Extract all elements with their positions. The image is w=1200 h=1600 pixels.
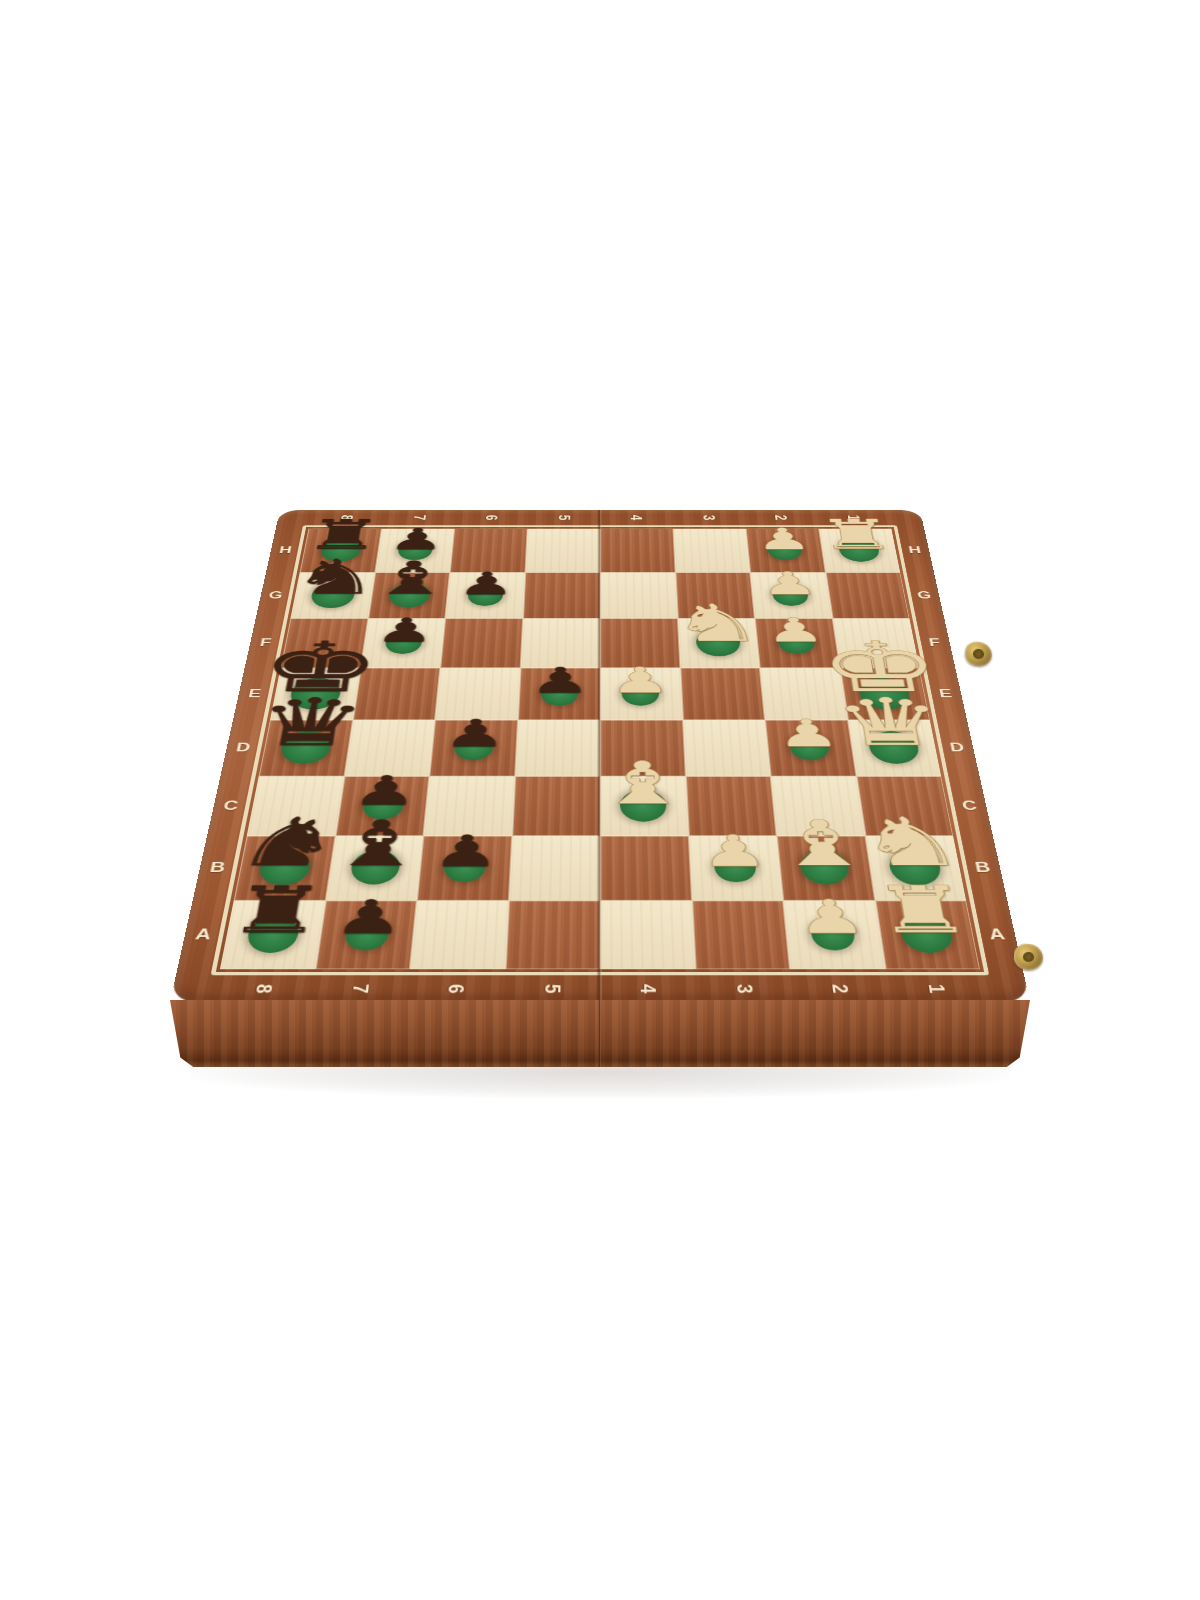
square-e3[interactable]	[680, 668, 765, 720]
black-knight-g8[interactable]: ♞	[288, 553, 384, 601]
square-c6[interactable]	[423, 776, 514, 836]
file-label-letter-left-a: A	[184, 925, 222, 943]
square-b5[interactable]	[508, 836, 600, 900]
square-b8[interactable]	[234, 836, 335, 900]
black-pawn-h7[interactable]: ♟	[387, 524, 446, 553]
square-a4[interactable]	[600, 900, 695, 969]
square-c3[interactable]	[685, 776, 776, 836]
square-d5[interactable]	[515, 720, 600, 776]
rank-label-near-2: 2	[826, 978, 854, 999]
square-b7[interactable]	[325, 836, 423, 900]
square-g1[interactable]	[825, 572, 909, 618]
rank-label-near-5: 5	[539, 978, 565, 999]
file-label-letter-right-c: C	[952, 797, 987, 813]
square-a5[interactable]	[505, 900, 600, 969]
white-pawn-e4[interactable]: ♟	[610, 663, 671, 698]
square-c7[interactable]	[335, 776, 429, 836]
square-h5[interactable]	[525, 529, 600, 573]
file-label-letter-left-d: D	[226, 740, 260, 755]
square-a3[interactable]	[692, 900, 791, 969]
square-a2[interactable]	[783, 900, 885, 969]
rank-label-near-3: 3	[730, 978, 757, 999]
square-b4[interactable]	[600, 836, 692, 900]
white-pawn-h2[interactable]: ♟	[755, 524, 814, 553]
square-c4[interactable]	[600, 776, 688, 836]
file-label-letter-left-g: G	[260, 589, 290, 601]
file-label-letter-right-b: B	[964, 859, 1000, 876]
black-pawn-g6[interactable]: ♟	[457, 568, 516, 599]
photo-scene: HHGGFFEEDDCCBBAA8877665544332211 ♜♟♟♜♞♝♟…	[0, 0, 1200, 1600]
rank-label-near-7: 7	[346, 978, 374, 999]
square-a6[interactable]	[410, 900, 509, 969]
rank-label-far-5: 5	[554, 512, 574, 524]
square-h4[interactable]	[600, 529, 675, 573]
file-label-letter-right-g: G	[909, 589, 939, 601]
rank-label-far-4: 4	[626, 512, 646, 524]
square-a8[interactable]	[220, 900, 325, 969]
white-pawn-g2[interactable]: ♟	[759, 568, 819, 599]
square-b6[interactable]	[417, 836, 512, 900]
square-g4[interactable]	[600, 572, 677, 618]
square-c2[interactable]	[771, 776, 865, 836]
file-label-letter-left-b: B	[199, 859, 235, 876]
rank-label-near-6: 6	[442, 978, 469, 999]
rank-label-far-3: 3	[698, 512, 718, 524]
square-b3[interactable]	[688, 836, 783, 900]
rank-label-near-4: 4	[635, 978, 661, 999]
file-label-letter-left-h: H	[271, 544, 300, 556]
square-b2[interactable]	[777, 836, 875, 900]
square-b1[interactable]	[865, 836, 966, 900]
square-h3[interactable]	[673, 529, 750, 573]
file-label-letter-right-a: A	[978, 925, 1016, 943]
box-face-fold-seam	[598, 1000, 601, 1067]
chessboard: HHGGFFEEDDCCBBAA8877665544332211 ♜♟♟♜♞♝♟…	[170, 510, 1030, 1002]
white-knight-f3[interactable]: ♞	[670, 598, 764, 649]
square-f6[interactable]	[440, 618, 522, 667]
box-front-face	[170, 1000, 1030, 1067]
rank-label-near-8: 8	[249, 978, 278, 999]
square-d3[interactable]	[683, 720, 771, 776]
white-rook-h1[interactable]: ♜	[815, 515, 899, 556]
file-label-letter-left-c: C	[213, 797, 248, 813]
rank-label-far-6: 6	[481, 512, 501, 524]
square-c5[interactable]	[512, 776, 600, 836]
square-a1[interactable]	[875, 900, 980, 969]
file-label-letter-right-h: H	[900, 544, 929, 556]
rank-label-near-1: 1	[921, 978, 950, 999]
black-pawn-e5[interactable]: ♟	[529, 663, 590, 698]
file-label-letter-right-d: D	[940, 740, 974, 755]
square-g5[interactable]	[523, 572, 600, 618]
square-a7[interactable]	[315, 900, 417, 969]
